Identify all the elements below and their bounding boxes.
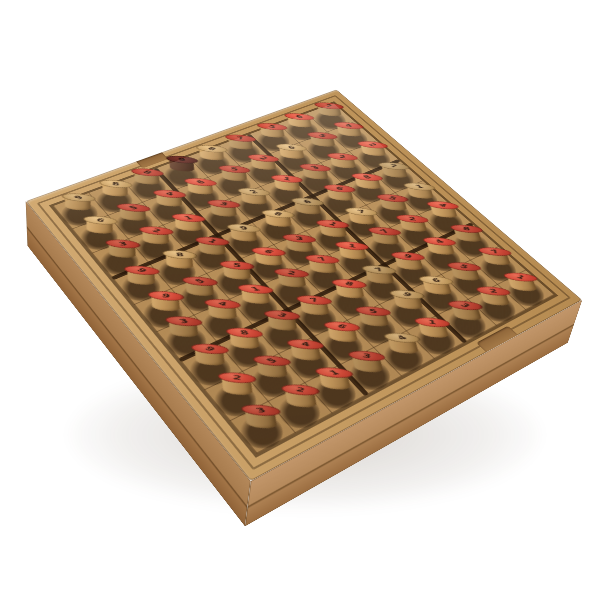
peg-cap: 6 bbox=[291, 197, 325, 207]
peg-body bbox=[229, 330, 259, 349]
peg-hole-r8c4 bbox=[376, 337, 431, 378]
peg-digit: 6 bbox=[324, 318, 361, 334]
perspective-scene: 9889875676546526543213213229819866879556… bbox=[0, 0, 600, 600]
peg-digit: 5 bbox=[253, 353, 290, 368]
peg-body bbox=[221, 375, 252, 395]
peg-digit: 1 bbox=[315, 366, 353, 379]
peg-cap: 8 bbox=[331, 278, 367, 289]
peg-hole-r5c0 bbox=[159, 321, 214, 362]
peg-hole-r8c5 bbox=[409, 321, 463, 360]
peg-digit: 5 bbox=[221, 260, 254, 270]
peg-digit: 7 bbox=[361, 265, 396, 275]
peg-r8c1-red-2[interactable]: 2 bbox=[281, 383, 321, 408]
peg-digit: 2 bbox=[237, 187, 270, 196]
peg-digit: 1 bbox=[415, 317, 450, 327]
peg-r7c4-red-5[interactable]: 5 bbox=[355, 305, 393, 327]
peg-r7c3-red-6[interactable]: 6 bbox=[323, 320, 361, 343]
peg-cap: 5 bbox=[355, 305, 392, 317]
peg-digit: 1 bbox=[237, 284, 273, 295]
peg-r5c5-red-1[interactable]: 1 bbox=[335, 241, 371, 261]
peg-r8c0-red-3[interactable]: 3 bbox=[241, 404, 281, 430]
peg-r4c1-red-5[interactable]: 5 bbox=[182, 276, 217, 298]
peg-body bbox=[393, 292, 424, 310]
peg-r5c4-red-7[interactable]: 7 bbox=[305, 254, 341, 275]
peg-hole-r5c2 bbox=[232, 289, 285, 327]
peg-digit: 9 bbox=[166, 157, 198, 163]
peg-digit: 4 bbox=[384, 331, 420, 345]
peg-hole-r3c0 bbox=[115, 269, 168, 306]
peg-digit: 7 bbox=[225, 135, 257, 141]
peg-r7c5-wood-9[interactable]: 9 bbox=[389, 289, 427, 311]
peg-r4c3-red-6[interactable]: 6 bbox=[251, 246, 286, 267]
peg-r1c1-red-5[interactable]: 5 bbox=[117, 202, 149, 222]
peg-r8c6-red-3[interactable]: 3 bbox=[447, 300, 486, 322]
peg-body bbox=[319, 370, 351, 390]
peg-r8c3-red-3[interactable]: 3 bbox=[348, 350, 387, 374]
peg-hole-r8c1 bbox=[270, 389, 328, 434]
peg-hole-r6c0 bbox=[182, 349, 238, 392]
peg-cap: 9 bbox=[148, 290, 184, 302]
peg-cap: 3 bbox=[447, 300, 484, 311]
peg-r0c0-wood-9[interactable]: 9 bbox=[62, 192, 94, 211]
peg-digit: 9 bbox=[227, 225, 261, 232]
peg-hole-r7c0 bbox=[207, 378, 264, 423]
peg-hole-r5c3 bbox=[266, 274, 318, 311]
peg-hole-r3c1 bbox=[151, 254, 203, 290]
peg-hole-r8c6 bbox=[440, 305, 493, 343]
peg-digit: 5 bbox=[355, 307, 391, 315]
peg-body bbox=[169, 319, 198, 338]
peg-r3c1-wood-8[interactable]: 8 bbox=[162, 249, 196, 270]
peg-body bbox=[358, 309, 389, 327]
peg-digit: 6 bbox=[284, 113, 315, 120]
peg-digit: 8 bbox=[163, 251, 197, 259]
peg-digit: 1 bbox=[403, 183, 435, 190]
peg-r7c0-red-2[interactable]: 2 bbox=[218, 371, 257, 396]
peg-cap: 2 bbox=[274, 267, 310, 278]
peg-cap: 9 bbox=[191, 343, 229, 356]
peg-body bbox=[151, 294, 180, 312]
peg-digit: 3 bbox=[447, 298, 483, 314]
peg-digit: 9 bbox=[124, 263, 160, 278]
peg-cap: 5 bbox=[117, 202, 151, 212]
peg-body bbox=[351, 354, 383, 374]
peg-digit: 4 bbox=[288, 339, 324, 349]
peg-hole-r8c0 bbox=[232, 408, 291, 455]
peg-digit: 7 bbox=[345, 209, 378, 215]
peg-digit: 8 bbox=[226, 329, 263, 337]
peg-r2c1-red-2[interactable]: 2 bbox=[139, 225, 172, 245]
peg-body bbox=[290, 342, 321, 361]
peg-hole-r7c4 bbox=[350, 310, 403, 349]
peg-digit: 3 bbox=[165, 316, 203, 326]
peg-cap: 8 bbox=[226, 327, 264, 339]
peg-r7c7-red-5[interactable]: 5 bbox=[446, 261, 483, 282]
sudoku-box: 9889875676546526543213213229819866879556… bbox=[26, 90, 583, 482]
peg-r7c1-red-5[interactable]: 5 bbox=[253, 354, 291, 379]
peg-r4c0-red-9[interactable]: 9 bbox=[148, 290, 183, 312]
peg-digit: 6 bbox=[291, 198, 324, 206]
peg-digit: 4 bbox=[333, 123, 364, 128]
peg-body bbox=[327, 324, 358, 343]
peg-digit: 7 bbox=[296, 296, 333, 305]
peg-body bbox=[300, 298, 330, 316]
peg-cap: 3 bbox=[264, 309, 301, 321]
peg-body bbox=[195, 346, 225, 366]
peg-digit: 9 bbox=[148, 290, 184, 302]
peg-cap: 9 bbox=[62, 192, 95, 202]
peg-hole-r6c1 bbox=[220, 332, 275, 373]
peg-body bbox=[127, 268, 155, 286]
peg-body bbox=[208, 301, 237, 319]
peg-body bbox=[387, 335, 419, 354]
peg-r5c2-red-1[interactable]: 1 bbox=[237, 283, 273, 305]
peg-digit: 2 bbox=[275, 267, 309, 279]
peg-r6c4-red-8[interactable]: 8 bbox=[331, 278, 368, 300]
peg-r6c5-wood-7[interactable]: 7 bbox=[361, 264, 398, 285]
peg-cap: 3 bbox=[241, 404, 281, 417]
peg-r4c2-red-5[interactable]: 5 bbox=[219, 260, 254, 281]
peg-r7c2-red-4[interactable]: 4 bbox=[286, 338, 324, 362]
peg-hole-r8c3 bbox=[342, 354, 398, 396]
peg-r8c5-red-1[interactable]: 1 bbox=[414, 316, 453, 339]
peg-cap: 7 bbox=[361, 264, 397, 275]
peg-cap: 1 bbox=[414, 316, 452, 328]
peg-body bbox=[451, 303, 482, 321]
peg-digit: 4 bbox=[204, 297, 241, 311]
peg-digit: 2 bbox=[219, 372, 256, 384]
peg-body bbox=[285, 387, 317, 408]
peg-cap: 3 bbox=[348, 350, 387, 362]
peg-body bbox=[256, 358, 287, 378]
peg-hole-r7c1 bbox=[245, 360, 301, 403]
peg-cap: 5 bbox=[253, 354, 292, 367]
peg-cap: 1 bbox=[237, 283, 273, 294]
peg-r6c0-red-9[interactable]: 9 bbox=[191, 343, 228, 367]
peg-r5c0-red-3[interactable]: 3 bbox=[165, 315, 201, 338]
peg-digit: 5 bbox=[182, 275, 218, 287]
peg-r3c2-red-1[interactable]: 1 bbox=[195, 236, 229, 256]
peg-cap: 9 bbox=[389, 289, 426, 300]
peg-cap: 2 bbox=[475, 285, 512, 296]
peg-r6c6-red-9[interactable]: 9 bbox=[390, 251, 426, 271]
peg-body bbox=[241, 287, 270, 305]
peg-cap: 5 bbox=[182, 276, 218, 287]
peg-r6c1-red-8[interactable]: 8 bbox=[226, 327, 263, 351]
peg-hole-r7c2 bbox=[281, 343, 336, 385]
peg-hole-r6c4 bbox=[324, 284, 376, 321]
peg-body bbox=[245, 408, 277, 429]
sudoku-board: 9889875676546526543213213229819866879556… bbox=[26, 90, 583, 482]
peg-digit: 6 bbox=[276, 144, 307, 150]
peg-r8c7-red-2[interactable]: 2 bbox=[475, 285, 513, 306]
peg-digit: 3 bbox=[349, 350, 384, 362]
peg-cap: 4 bbox=[286, 338, 324, 350]
peg-cap: 1 bbox=[172, 213, 206, 223]
peg-digit: 2 bbox=[281, 383, 319, 398]
peg-cap: 6 bbox=[323, 320, 361, 332]
peg-cap: 5 bbox=[219, 260, 255, 271]
peg-hole-r2c0 bbox=[94, 244, 145, 280]
peg-cap: 6 bbox=[418, 275, 454, 286]
peg-hole-r4c2 bbox=[208, 264, 260, 301]
peg-r6c3-red-7[interactable]: 7 bbox=[296, 294, 333, 316]
peg-r5c3-red-2[interactable]: 2 bbox=[274, 267, 310, 288]
camera-roll-wrapper: 9889875676546526543213213229819866879556… bbox=[0, 0, 600, 600]
peg-r8c4-wood-4[interactable]: 4 bbox=[383, 332, 422, 355]
sudoku-grid: 9889875676546526543213213229819866879556… bbox=[53, 103, 554, 453]
peg-cap: 2 bbox=[281, 383, 321, 396]
peg-r8c2-red-1[interactable]: 1 bbox=[315, 366, 355, 391]
peg-r4c4-red-3[interactable]: 3 bbox=[282, 233, 317, 253]
peg-hole-r7c5 bbox=[382, 295, 435, 333]
peg-digit: 3 bbox=[264, 308, 301, 323]
peg-cap: 8 bbox=[162, 249, 197, 260]
peg-cap: 3 bbox=[165, 315, 202, 327]
peg-digit: 7 bbox=[478, 247, 512, 256]
peg-hole-r4c1 bbox=[173, 279, 226, 317]
peg-r1c0-wood-6[interactable]: 6 bbox=[83, 215, 115, 235]
peg-body bbox=[418, 320, 450, 338]
product-photo-stage: 9889875676546526543213213229819866879556… bbox=[0, 0, 600, 600]
peg-r3c0-red-9[interactable]: 9 bbox=[124, 265, 158, 287]
peg-hole-r6c3 bbox=[290, 300, 343, 339]
peg-digit: 8 bbox=[351, 173, 383, 181]
peg-digit: 3 bbox=[241, 404, 281, 416]
peg-digit: 8 bbox=[332, 277, 367, 290]
peg-cap: 9 bbox=[124, 265, 160, 276]
peg-digit: 3 bbox=[105, 240, 140, 248]
peg-r2c0-red-3[interactable]: 3 bbox=[106, 238, 139, 259]
peg-r6c2-red-3[interactable]: 3 bbox=[264, 309, 301, 332]
peg-hole-r5c1 bbox=[196, 305, 250, 344]
peg-cap: 4 bbox=[204, 298, 241, 310]
peg-body bbox=[267, 313, 297, 332]
peg-hole-r8c7 bbox=[471, 290, 523, 327]
peg-digit: 6 bbox=[418, 277, 453, 285]
peg-digit: 9 bbox=[191, 340, 229, 357]
peg-cap: 7 bbox=[296, 294, 333, 306]
peg-cap: 3 bbox=[106, 238, 141, 249]
peg-digit: 5 bbox=[116, 203, 150, 213]
peg-hole-r6c2 bbox=[256, 316, 310, 356]
peg-hole-r7c3 bbox=[316, 326, 370, 366]
peg-r5c1-red-4[interactable]: 4 bbox=[204, 298, 240, 321]
peg-r7c6-wood-6[interactable]: 6 bbox=[418, 275, 456, 296]
peg-digit: 2 bbox=[476, 287, 511, 295]
peg-cap: 4 bbox=[383, 332, 421, 344]
peg-digit: 9 bbox=[389, 287, 425, 302]
peg-digit: 1 bbox=[171, 214, 206, 223]
peg-cap: 1 bbox=[315, 366, 354, 379]
peg-cap: 2 bbox=[218, 371, 257, 384]
peg-hole-r4c0 bbox=[136, 294, 190, 333]
peg-body bbox=[335, 281, 365, 298]
peg-body bbox=[185, 279, 214, 297]
peg-hole-r8c2 bbox=[307, 371, 364, 415]
